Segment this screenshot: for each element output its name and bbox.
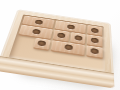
finger-hole xyxy=(91,48,99,54)
puzzle-piece-J[interactable] xyxy=(87,45,103,57)
finger-hole xyxy=(32,29,41,35)
finger-hole xyxy=(34,19,42,24)
finger-hole xyxy=(91,28,98,33)
puzzle-piece-H[interactable] xyxy=(33,37,51,49)
photo-scene xyxy=(0,0,120,90)
finger-hole xyxy=(57,32,65,38)
finger-hole xyxy=(74,35,82,41)
finger-hole xyxy=(38,40,47,46)
puzzle-piece-G[interactable] xyxy=(87,35,102,46)
finger-hole xyxy=(91,37,99,43)
finger-hole xyxy=(64,44,72,50)
puzzle-board xyxy=(0,9,115,88)
puzzle-piece-E[interactable] xyxy=(53,30,69,41)
finger-hole xyxy=(67,24,75,29)
puzzle-piece-F[interactable] xyxy=(70,32,86,43)
